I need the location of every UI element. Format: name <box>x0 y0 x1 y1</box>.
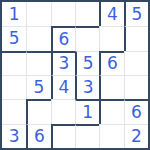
cell-r2c4[interactable] <box>75 26 99 50</box>
cell-r4c3[interactable]: 4 <box>51 75 75 99</box>
cell-r4c5[interactable] <box>99 75 123 99</box>
cell-r2c6[interactable] <box>124 26 148 50</box>
cell-r6c1[interactable]: 3 <box>2 124 26 148</box>
cell-r5c6[interactable]: 6 <box>124 99 148 123</box>
cell-r4c6[interactable] <box>124 75 148 99</box>
cell-r1c4[interactable] <box>75 2 99 26</box>
cell-r5c1[interactable] <box>2 99 26 123</box>
cell-r3c5[interactable]: 6 <box>99 51 123 75</box>
cell-r3c4[interactable]: 5 <box>75 51 99 75</box>
cell-r2c1[interactable]: 5 <box>2 26 26 50</box>
cell-r2c2[interactable] <box>26 26 50 50</box>
cell-r5c2[interactable] <box>26 99 50 123</box>
cell-r1c5[interactable]: 4 <box>99 2 123 26</box>
cell-r1c3[interactable] <box>51 2 75 26</box>
cell-r5c3[interactable] <box>51 99 75 123</box>
cell-r6c4[interactable] <box>75 124 99 148</box>
cell-r3c2[interactable] <box>26 51 50 75</box>
cell-r4c4[interactable]: 3 <box>75 75 99 99</box>
cell-r6c6[interactable]: 2 <box>124 124 148 148</box>
cell-r6c3[interactable] <box>51 124 75 148</box>
sudoku-board: 1455635654316362 <box>0 0 150 150</box>
cell-r1c6[interactable]: 5 <box>124 2 148 26</box>
cell-r2c3[interactable]: 6 <box>51 26 75 50</box>
cell-r3c6[interactable] <box>124 51 148 75</box>
cell-r3c3[interactable]: 3 <box>51 51 75 75</box>
cell-r6c2[interactable]: 6 <box>26 124 50 148</box>
cell-r2c5[interactable] <box>99 26 123 50</box>
cell-r1c2[interactable] <box>26 2 50 26</box>
cell-r1c1[interactable]: 1 <box>2 2 26 26</box>
cell-r3c1[interactable] <box>2 51 26 75</box>
cell-r4c2[interactable]: 5 <box>26 75 50 99</box>
cell-r6c5[interactable] <box>99 124 123 148</box>
cell-r5c5[interactable] <box>99 99 123 123</box>
cell-r4c1[interactable] <box>2 75 26 99</box>
cell-r5c4[interactable]: 1 <box>75 99 99 123</box>
